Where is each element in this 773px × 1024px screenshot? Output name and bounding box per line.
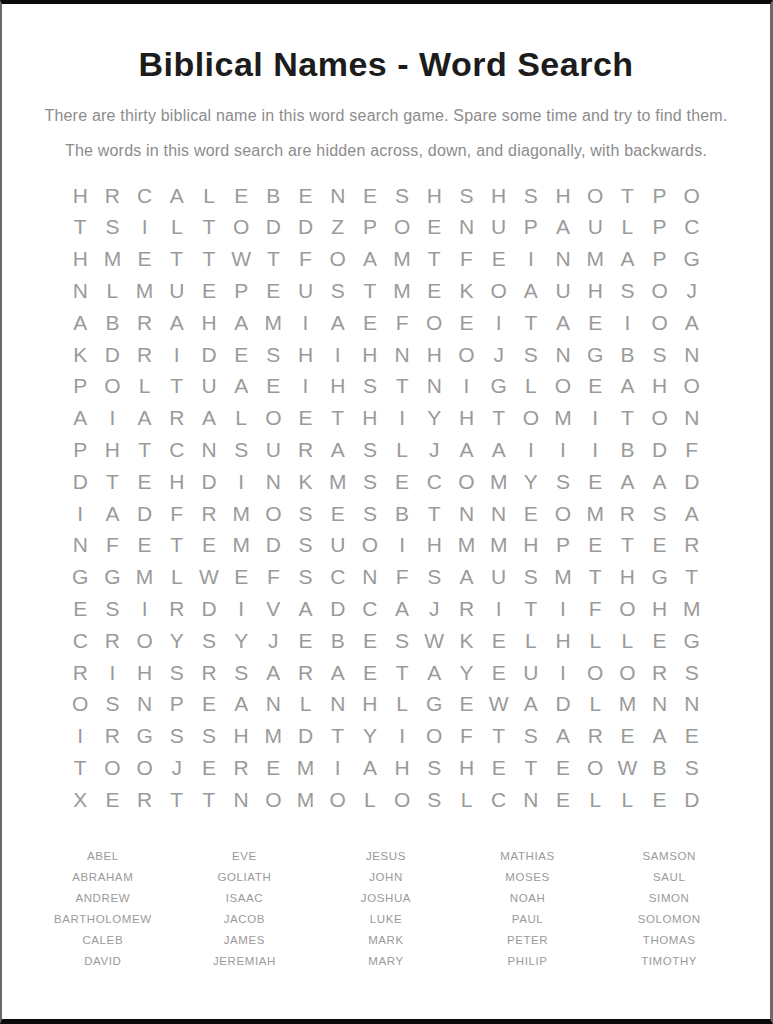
grid-cell[interactable]: I [450,371,482,403]
grid-cell[interactable]: U [579,212,611,244]
grid-cell[interactable]: A [64,402,96,434]
grid-cell[interactable]: M [579,243,611,275]
grid-cell[interactable]: R [289,434,321,466]
grid-cell[interactable]: L [289,689,321,721]
grid-cell[interactable]: A [322,657,354,689]
grid-cell[interactable]: I [515,434,547,466]
grid-cell[interactable]: H [225,720,257,752]
grid-cell[interactable]: T [322,402,354,434]
grid-cell[interactable]: T [193,784,225,816]
grid-cell[interactable]: A [322,307,354,339]
grid-cell[interactable]: L [386,434,418,466]
grid-cell[interactable]: D [193,466,225,498]
grid-cell[interactable]: A [193,402,225,434]
grid-cell[interactable]: S [386,180,418,212]
grid-cell[interactable]: C [322,561,354,593]
grid-cell[interactable]: N [322,180,354,212]
grid-cell[interactable]: K [450,275,482,307]
grid-cell[interactable]: H [644,593,676,625]
grid-cell[interactable]: M [483,530,515,562]
grid-cell[interactable]: R [225,752,257,784]
grid-cell[interactable]: H [547,180,579,212]
grid-cell[interactable]: C [676,212,708,244]
grid-cell[interactable]: P [64,371,96,403]
grid-cell[interactable]: E [483,243,515,275]
grid-cell[interactable]: A [354,752,386,784]
grid-cell[interactable]: L [579,689,611,721]
grid-cell[interactable]: P [161,689,193,721]
grid-cell[interactable]: K [450,625,482,657]
grid-cell[interactable]: S [515,180,547,212]
grid-cell[interactable]: E [225,180,257,212]
grid-cell[interactable]: D [257,212,289,244]
grid-cell[interactable]: I [225,466,257,498]
grid-cell[interactable]: E [64,593,96,625]
grid-cell[interactable]: U [257,434,289,466]
grid-cell[interactable]: M [386,275,418,307]
grid-cell[interactable]: U [161,275,193,307]
grid-cell[interactable]: T [611,530,643,562]
grid-cell[interactable]: A [322,434,354,466]
grid-cell[interactable]: T [483,402,515,434]
grid-cell[interactable]: D [129,498,161,530]
grid-cell[interactable]: S [193,720,225,752]
grid-cell[interactable]: T [386,371,418,403]
grid-cell[interactable]: M [129,561,161,593]
grid-cell[interactable]: C [354,593,386,625]
grid-cell[interactable]: E [193,689,225,721]
grid-cell[interactable]: A [611,243,643,275]
grid-cell[interactable]: T [515,752,547,784]
grid-cell[interactable]: E [129,466,161,498]
grid-cell[interactable]: R [193,498,225,530]
grid-cell[interactable]: Y [418,402,450,434]
grid-cell[interactable]: A [515,689,547,721]
grid-cell[interactable]: D [64,466,96,498]
grid-cell[interactable]: M [289,784,321,816]
grid-cell[interactable]: E [547,752,579,784]
grid-cell[interactable]: S [450,180,482,212]
grid-cell[interactable]: S [354,371,386,403]
grid-cell[interactable]: A [289,593,321,625]
grid-cell[interactable]: E [289,402,321,434]
grid-cell[interactable]: S [354,434,386,466]
grid-cell[interactable]: A [676,307,708,339]
grid-cell[interactable]: S [96,593,128,625]
grid-cell[interactable]: N [676,339,708,371]
grid-cell[interactable]: T [161,243,193,275]
grid-cell[interactable]: G [129,720,161,752]
grid-cell[interactable]: M [547,561,579,593]
grid-cell[interactable]: L [611,625,643,657]
grid-cell[interactable]: L [225,402,257,434]
grid-cell[interactable]: A [96,498,128,530]
grid-cell[interactable]: I [64,498,96,530]
grid-cell[interactable]: E [515,498,547,530]
grid-cell[interactable]: T [611,402,643,434]
grid-cell[interactable]: I [547,434,579,466]
grid-cell[interactable]: Y [450,657,482,689]
grid-cell[interactable]: S [161,657,193,689]
grid-cell[interactable]: E [676,720,708,752]
grid-cell[interactable]: F [676,434,708,466]
grid-cell[interactable]: A [611,466,643,498]
grid-cell[interactable]: M [676,593,708,625]
grid-cell[interactable]: J [161,752,193,784]
grid-cell[interactable]: A [515,275,547,307]
grid-cell[interactable]: K [289,466,321,498]
grid-cell[interactable]: O [644,402,676,434]
grid-cell[interactable]: S [418,784,450,816]
grid-cell[interactable]: E [289,625,321,657]
grid-cell[interactable]: H [354,402,386,434]
grid-cell[interactable]: E [418,275,450,307]
grid-cell[interactable]: I [322,339,354,371]
grid-cell[interactable]: J [483,339,515,371]
grid-cell[interactable]: G [418,689,450,721]
grid-cell[interactable]: O [257,498,289,530]
grid-cell[interactable]: S [257,339,289,371]
grid-cell[interactable]: U [289,275,321,307]
grid-cell[interactable]: D [289,720,321,752]
grid-cell[interactable]: D [257,530,289,562]
grid-cell[interactable]: R [129,784,161,816]
grid-cell[interactable]: E [611,720,643,752]
grid-cell[interactable]: P [354,212,386,244]
grid-cell[interactable]: G [644,561,676,593]
grid-cell[interactable]: O [96,371,128,403]
grid-cell[interactable]: N [354,561,386,593]
grid-cell[interactable]: N [225,784,257,816]
grid-cell[interactable]: X [64,784,96,816]
grid-cell[interactable]: O [129,752,161,784]
grid-cell[interactable]: O [64,689,96,721]
grid-cell[interactable]: E [225,339,257,371]
grid-cell[interactable]: S [676,752,708,784]
grid-cell[interactable]: M [96,243,128,275]
grid-cell[interactable]: A [225,371,257,403]
grid-cell[interactable]: E [644,625,676,657]
grid-cell[interactable]: H [515,530,547,562]
grid-cell[interactable]: W [225,243,257,275]
grid-cell[interactable]: H [386,752,418,784]
grid-cell[interactable]: S [96,212,128,244]
grid-cell[interactable]: E [354,657,386,689]
grid-cell[interactable]: S [515,720,547,752]
grid-cell[interactable]: E [225,561,257,593]
grid-cell[interactable]: P [515,212,547,244]
grid-cell[interactable]: I [483,307,515,339]
grid-cell[interactable]: T [96,466,128,498]
grid-cell[interactable]: R [96,720,128,752]
grid-cell[interactable]: I [515,243,547,275]
grid-cell[interactable]: N [547,243,579,275]
grid-cell[interactable]: A [676,498,708,530]
grid-cell[interactable]: R [129,339,161,371]
grid-cell[interactable]: I [96,657,128,689]
grid-cell[interactable]: A [483,434,515,466]
grid-cell[interactable]: G [64,561,96,593]
grid-cell[interactable]: I [579,434,611,466]
grid-cell[interactable]: N [64,275,96,307]
grid-cell[interactable]: O [644,275,676,307]
grid-cell[interactable]: T [193,212,225,244]
grid-cell[interactable]: N [418,371,450,403]
grid-cell[interactable]: O [418,720,450,752]
grid-cell[interactable]: S [515,561,547,593]
grid-cell[interactable]: S [676,657,708,689]
grid-cell[interactable]: H [547,625,579,657]
grid-cell[interactable]: T [64,212,96,244]
grid-cell[interactable]: A [225,689,257,721]
grid-cell[interactable]: T [579,561,611,593]
grid-cell[interactable]: H [611,561,643,593]
grid-cell[interactable]: R [289,657,321,689]
grid-cell[interactable]: L [129,371,161,403]
grid-cell[interactable]: C [129,180,161,212]
grid-cell[interactable]: M [225,530,257,562]
grid-cell[interactable]: I [96,402,128,434]
grid-cell[interactable]: G [676,625,708,657]
grid-cell[interactable]: I [289,307,321,339]
grid-cell[interactable]: W [193,561,225,593]
grid-cell[interactable]: M [289,752,321,784]
grid-cell[interactable]: D [193,339,225,371]
grid-cell[interactable]: A [418,657,450,689]
grid-cell[interactable]: M [386,243,418,275]
grid-cell[interactable]: D [547,689,579,721]
grid-cell[interactable]: N [450,498,482,530]
grid-cell[interactable]: D [676,466,708,498]
grid-cell[interactable]: I [64,720,96,752]
grid-cell[interactable]: A [611,371,643,403]
grid-cell[interactable]: S [354,498,386,530]
grid-cell[interactable]: M [611,689,643,721]
grid-cell[interactable]: R [129,307,161,339]
grid-cell[interactable]: E [257,752,289,784]
grid-cell[interactable]: R [161,402,193,434]
grid-cell[interactable]: G [96,561,128,593]
grid-cell[interactable]: A [64,307,96,339]
grid-cell[interactable]: P [644,180,676,212]
grid-cell[interactable]: E [322,498,354,530]
grid-cell[interactable]: B [96,307,128,339]
grid-cell[interactable]: R [644,657,676,689]
grid-cell[interactable]: A [547,212,579,244]
grid-cell[interactable]: T [193,243,225,275]
grid-cell[interactable]: T [483,720,515,752]
grid-cell[interactable]: H [289,339,321,371]
grid-cell[interactable]: I [386,530,418,562]
grid-cell[interactable]: E [418,212,450,244]
grid-cell[interactable]: G [483,371,515,403]
grid-cell[interactable]: N [257,466,289,498]
grid-cell[interactable]: A [129,402,161,434]
grid-cell[interactable]: T [257,243,289,275]
grid-cell[interactable]: I [289,371,321,403]
grid-cell[interactable]: N [322,689,354,721]
grid-cell[interactable]: R [611,498,643,530]
grid-cell[interactable]: D [96,339,128,371]
grid-cell[interactable]: B [257,180,289,212]
grid-cell[interactable]: O [547,371,579,403]
grid-cell[interactable]: I [579,402,611,434]
grid-cell[interactable]: P [225,275,257,307]
grid-cell[interactable]: F [450,243,482,275]
grid-cell[interactable]: L [515,371,547,403]
grid-cell[interactable]: H [64,180,96,212]
grid-cell[interactable]: F [579,593,611,625]
grid-cell[interactable]: O [322,243,354,275]
grid-cell[interactable]: M [547,402,579,434]
grid-cell[interactable]: E [129,243,161,275]
grid-cell[interactable]: L [579,784,611,816]
grid-cell[interactable]: T [418,243,450,275]
grid-cell[interactable]: O [579,657,611,689]
grid-cell[interactable]: H [96,434,128,466]
grid-cell[interactable]: O [515,402,547,434]
grid-cell[interactable]: T [161,530,193,562]
grid-cell[interactable]: T [322,720,354,752]
grid-cell[interactable]: L [515,625,547,657]
grid-cell[interactable]: E [579,530,611,562]
grid-cell[interactable]: L [354,784,386,816]
grid-cell[interactable]: C [483,784,515,816]
grid-cell[interactable]: M [129,275,161,307]
grid-cell[interactable]: D [676,784,708,816]
grid-cell[interactable]: M [225,498,257,530]
grid-cell[interactable]: E [644,530,676,562]
grid-cell[interactable]: E [450,689,482,721]
grid-cell[interactable]: A [547,307,579,339]
grid-cell[interactable]: N [257,689,289,721]
grid-cell[interactable]: O [547,498,579,530]
grid-cell[interactable]: O [450,339,482,371]
grid-cell[interactable]: H [579,275,611,307]
grid-cell[interactable]: E [96,784,128,816]
grid-cell[interactable]: L [96,275,128,307]
grid-cell[interactable]: O [483,275,515,307]
grid-cell[interactable]: V [257,593,289,625]
grid-cell[interactable]: S [289,530,321,562]
grid-cell[interactable]: U [322,530,354,562]
grid-cell[interactable]: O [257,402,289,434]
grid-cell[interactable]: J [257,625,289,657]
grid-cell[interactable]: O [676,180,708,212]
grid-cell[interactable]: H [450,752,482,784]
grid-cell[interactable]: E [579,466,611,498]
grid-cell[interactable]: U [483,561,515,593]
grid-cell[interactable]: N [64,530,96,562]
grid-cell[interactable]: E [289,180,321,212]
grid-cell[interactable]: E [483,625,515,657]
grid-cell[interactable]: A [644,466,676,498]
grid-cell[interactable]: B [322,625,354,657]
grid-cell[interactable]: A [257,657,289,689]
grid-cell[interactable]: O [676,371,708,403]
grid-cell[interactable]: B [644,752,676,784]
grid-cell[interactable]: U [547,275,579,307]
grid-cell[interactable]: A [354,243,386,275]
grid-cell[interactable]: A [386,593,418,625]
grid-cell[interactable]: J [676,275,708,307]
grid-cell[interactable]: S [386,625,418,657]
grid-cell[interactable]: N [515,784,547,816]
grid-cell[interactable]: T [161,784,193,816]
grid-cell[interactable]: I [129,212,161,244]
grid-cell[interactable]: E [450,307,482,339]
grid-cell[interactable]: O [225,212,257,244]
grid-cell[interactable]: P [644,212,676,244]
grid-cell[interactable]: O [450,466,482,498]
grid-cell[interactable]: H [418,530,450,562]
grid-cell[interactable]: Y [225,625,257,657]
grid-cell[interactable]: S [547,466,579,498]
grid-cell[interactable]: I [129,593,161,625]
grid-cell[interactable]: Z [322,212,354,244]
grid-cell[interactable]: S [644,339,676,371]
grid-cell[interactable]: T [386,657,418,689]
grid-cell[interactable]: H [354,689,386,721]
grid-cell[interactable]: E [193,530,225,562]
grid-cell[interactable]: E [483,752,515,784]
grid-cell[interactable]: T [515,307,547,339]
grid-cell[interactable]: F [386,561,418,593]
grid-cell[interactable]: I [611,307,643,339]
grid-cell[interactable]: S [225,657,257,689]
grid-cell[interactable]: O [129,625,161,657]
grid-cell[interactable]: H [483,180,515,212]
grid-cell[interactable]: O [644,307,676,339]
grid-cell[interactable]: K [64,339,96,371]
grid-cell[interactable]: L [611,212,643,244]
grid-cell[interactable]: E [193,752,225,784]
grid-cell[interactable]: M [579,498,611,530]
grid-cell[interactable]: H [193,307,225,339]
grid-cell[interactable]: R [64,657,96,689]
grid-cell[interactable]: H [64,243,96,275]
grid-cell[interactable]: N [676,402,708,434]
grid-cell[interactable]: O [579,180,611,212]
grid-cell[interactable]: W [418,625,450,657]
grid-cell[interactable]: M [483,466,515,498]
grid-cell[interactable]: S [289,498,321,530]
grid-cell[interactable]: E [483,657,515,689]
grid-cell[interactable]: N [547,339,579,371]
grid-cell[interactable]: R [579,720,611,752]
grid-cell[interactable]: H [354,339,386,371]
grid-cell[interactable]: D [193,593,225,625]
grid-cell[interactable]: F [386,307,418,339]
grid-cell[interactable]: P [644,243,676,275]
grid-cell[interactable]: P [64,434,96,466]
grid-cell[interactable]: W [483,689,515,721]
grid-cell[interactable]: T [129,434,161,466]
grid-cell[interactable]: L [161,561,193,593]
grid-cell[interactable]: N [386,339,418,371]
grid-cell[interactable]: O [418,307,450,339]
grid-cell[interactable]: A [547,720,579,752]
grid-cell[interactable]: F [161,498,193,530]
grid-cell[interactable]: T [676,561,708,593]
grid-cell[interactable]: O [386,784,418,816]
grid-cell[interactable]: D [644,434,676,466]
grid-cell[interactable]: S [322,275,354,307]
grid-cell[interactable]: S [354,466,386,498]
grid-cell[interactable]: T [515,593,547,625]
grid-cell[interactable]: R [450,593,482,625]
grid-cell[interactable]: B [386,498,418,530]
